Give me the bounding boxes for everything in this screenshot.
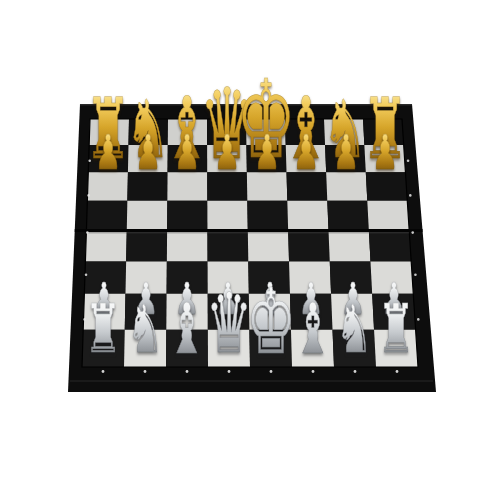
square-e2: [249, 294, 291, 330]
square-h7: [364, 145, 405, 172]
square-e1: [249, 330, 292, 367]
square-e6: [247, 172, 287, 201]
square-e7: [246, 145, 286, 172]
frame-dot: [396, 370, 399, 373]
frame-dot: [186, 370, 189, 373]
square-h6: [366, 172, 407, 201]
square-g1: [333, 330, 377, 367]
square-c2: [166, 294, 208, 330]
frame-dot: [270, 370, 273, 373]
square-a7: [88, 145, 128, 172]
frame-dot: [411, 231, 414, 234]
frame-dot: [144, 370, 147, 373]
square-g8: [324, 119, 364, 145]
square-d2: [208, 294, 250, 330]
square-d1: [208, 330, 250, 367]
square-h5: [367, 201, 409, 231]
frame-dot: [417, 318, 420, 321]
frame-dot: [228, 370, 231, 373]
square-f7: [286, 145, 326, 172]
square-c3: [167, 262, 208, 294]
square-a2: [83, 294, 125, 330]
square-f2: [290, 294, 333, 330]
frame-dot: [85, 273, 88, 276]
square-h8: [363, 119, 404, 145]
square-f1: [291, 330, 334, 367]
square-d8: [207, 119, 246, 145]
square-h1: [374, 330, 418, 367]
square-a1: [82, 330, 125, 367]
chess-board: [0, 0, 500, 500]
square-a6: [87, 172, 128, 201]
square-b8: [128, 119, 168, 145]
frame-dot: [354, 370, 357, 373]
square-b1: [124, 330, 166, 367]
square-f4: [288, 231, 330, 262]
square-c7: [168, 145, 208, 172]
square-d5: [207, 201, 247, 231]
square-g6: [326, 172, 367, 201]
square-d3: [208, 262, 249, 294]
frame-dot: [407, 159, 410, 162]
square-a8: [89, 119, 129, 145]
square-c1: [166, 330, 208, 367]
square-g7: [325, 145, 366, 172]
square-a4: [85, 231, 126, 262]
frame-dot: [87, 194, 90, 197]
square-f3: [289, 262, 331, 294]
square-g5: [327, 201, 369, 231]
square-b7: [128, 145, 168, 172]
square-b6: [127, 172, 167, 201]
square-e8: [246, 119, 286, 145]
square-a5: [86, 201, 127, 231]
square-g3: [330, 262, 372, 294]
square-d7: [207, 145, 247, 172]
square-g2: [331, 294, 374, 330]
square-e3: [248, 262, 290, 294]
frame-dot: [88, 159, 91, 162]
frame-dot: [86, 231, 89, 234]
frame-dot: [83, 318, 86, 321]
square-b4: [126, 231, 167, 262]
frame-dot: [409, 194, 412, 197]
square-e5: [247, 201, 288, 231]
square-d4: [207, 231, 248, 262]
frame-dot: [102, 370, 105, 373]
square-c6: [167, 172, 207, 201]
square-g4: [329, 231, 371, 262]
square-b5: [127, 201, 168, 231]
square-b2: [125, 294, 167, 330]
square-a3: [84, 262, 126, 294]
frame-dot: [414, 273, 417, 276]
square-f5: [287, 201, 328, 231]
square-h2: [372, 294, 415, 330]
square-h4: [369, 231, 411, 262]
square-d6: [207, 172, 247, 201]
square-h3: [370, 262, 413, 294]
square-c8: [168, 119, 207, 145]
frame-dot: [312, 370, 315, 373]
square-f8: [285, 119, 325, 145]
square-c4: [167, 231, 208, 262]
square-e4: [248, 231, 289, 262]
square-c5: [167, 201, 207, 231]
chess-set-product-photo: ♜♞♝♛♚♝♞♜♟♟♟♟♟♟♟♟♟♟♟♟♟♟♟♟♜♞♝♛♚♝♞♜: [0, 0, 500, 500]
square-f6: [287, 172, 328, 201]
square-b3: [125, 262, 166, 294]
